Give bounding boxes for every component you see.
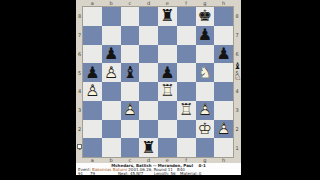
square-e4: ♜♖ [158, 82, 177, 101]
square-g8: ♚ [196, 7, 215, 26]
piece-white-king: ♚ [196, 120, 215, 139]
square-c2 [121, 120, 140, 139]
coord-label: 4 [233, 82, 241, 101]
coord-label: b [102, 0, 121, 7]
board-frame: ♜♚♟♟♟♟♟♙♝♟♞♘♟♙♜♖♟♙♜♖♟♙♚♔♟♙♜ [83, 7, 233, 157]
piece-white-pawn-outline: ♙ [102, 63, 121, 82]
coord-label: a [83, 0, 102, 7]
square-h1 [214, 138, 233, 157]
square-a3 [83, 101, 102, 120]
piece-white-rook: ♜ [158, 82, 177, 101]
coord-label: 7 [233, 26, 241, 45]
square-b7 [102, 26, 121, 45]
square-d5 [139, 63, 158, 82]
square-h7 [214, 26, 233, 45]
square-h2: ♟♙ [214, 120, 233, 139]
square-a6 [83, 45, 102, 64]
piece-white-pawn: ♟ [83, 82, 102, 101]
square-a5: ♟ [83, 63, 102, 82]
square-g4 [196, 82, 215, 101]
piece-black-bishop: ♝ [121, 63, 140, 82]
square-b1 [102, 138, 121, 157]
white-to-move-indicator [77, 144, 82, 149]
piece-white-rook: ♜ [177, 101, 196, 120]
square-e2 [158, 120, 177, 139]
piece-white-knight-outline: ♘ [196, 63, 215, 82]
coord-label: 7 [76, 26, 83, 45]
square-d1: ♜ [139, 138, 158, 157]
piece-white-pawn-outline: ♙ [121, 101, 140, 120]
game-length: Length: 56 [154, 172, 180, 176]
square-c1 [121, 138, 140, 157]
coord-label: f [177, 0, 196, 7]
square-a8 [83, 7, 102, 26]
piece-white-pawn: ♟ [121, 101, 140, 120]
piece-white-pawn: ♟ [102, 63, 121, 82]
chess-board: ♜♚♟♟♟♟♟♙♝♟♞♘♟♙♜♖♟♙♜♖♟♙♚♔♟♙♜ [83, 7, 233, 157]
square-b3 [102, 101, 121, 120]
stats-line: 91 79 Next: 45.Nf7 Length: 56 Material: … [76, 172, 241, 176]
square-h8 [214, 7, 233, 26]
rank-labels-left: 87654321 [76, 7, 83, 157]
square-d3 [139, 101, 158, 120]
piece-black-king: ♚ [196, 7, 215, 26]
square-f2 [177, 120, 196, 139]
square-c4 [121, 82, 140, 101]
square-g3: ♟♙ [196, 101, 215, 120]
square-e5: ♟ [158, 63, 177, 82]
game-info-panel: Mchedars, Batlich -- Merandon, Paul 0-1 … [76, 163, 241, 175]
coord-label: 2 [233, 120, 241, 139]
next-move: Next: 45.Nf7 [118, 172, 154, 176]
square-d7 [139, 26, 158, 45]
square-e8: ♜ [158, 7, 177, 26]
square-g1 [196, 138, 215, 157]
square-f3: ♜♖ [177, 101, 196, 120]
coord-label: 5 [76, 63, 83, 82]
black-stat: 79 [90, 172, 118, 176]
coord-label: 3 [76, 101, 83, 120]
square-b2 [102, 120, 121, 139]
square-d4 [139, 82, 158, 101]
piece-white-rook-outline: ♖ [177, 101, 196, 120]
piece-black-rook: ♜ [139, 138, 158, 157]
coord-label: 4 [76, 82, 83, 101]
square-b8 [102, 7, 121, 26]
piece-white-pawn-outline: ♙ [83, 82, 102, 101]
square-a7 [83, 26, 102, 45]
square-g5: ♞♘ [196, 63, 215, 82]
coord-label: 6 [76, 45, 83, 64]
square-h3 [214, 101, 233, 120]
piece-white-pawn-outline: ♙ [196, 101, 215, 120]
square-b4 [102, 82, 121, 101]
square-d6 [139, 45, 158, 64]
square-e7 [158, 26, 177, 45]
piece-black-rook: ♜ [158, 7, 177, 26]
coord-label: 3 [233, 101, 241, 120]
rank-labels-right: 87654321 [233, 7, 241, 157]
square-f4 [177, 82, 196, 101]
white-stat: 91 [78, 172, 90, 176]
piece-white-knight: ♞ [196, 63, 215, 82]
file-labels-top: abcdefgh [83, 0, 233, 7]
square-f6 [177, 45, 196, 64]
square-a2 [83, 120, 102, 139]
square-c6 [121, 45, 140, 64]
square-g2: ♚♔ [196, 120, 215, 139]
square-h4 [214, 82, 233, 101]
square-e6 [158, 45, 177, 64]
coord-label: e [158, 0, 177, 7]
piece-white-pawn: ♟ [196, 101, 215, 120]
square-e1 [158, 138, 177, 157]
square-c5: ♝ [121, 63, 140, 82]
coord-label: g [196, 0, 215, 7]
square-c8 [121, 7, 140, 26]
square-g6 [196, 45, 215, 64]
square-h6: ♟ [214, 45, 233, 64]
piece-black-pawn: ♟ [83, 63, 102, 82]
game-result: 0-1 [199, 163, 206, 168]
piece-black-pawn: ♟ [214, 45, 233, 64]
square-h5 [214, 63, 233, 82]
square-f8 [177, 7, 196, 26]
piece-black-pawn: ♟ [158, 63, 177, 82]
square-c7 [121, 26, 140, 45]
board-panel: abcdefgh abcdefgh 87654321 87654321 ♜♚♟♟… [76, 0, 241, 175]
coord-label: h [214, 0, 233, 7]
coord-label: c [121, 0, 140, 7]
square-b5: ♟♙ [102, 63, 121, 82]
coord-label: 2 [76, 120, 83, 139]
coord-label: 8 [233, 7, 241, 26]
square-f1 [177, 138, 196, 157]
piece-white-rook-outline: ♖ [158, 82, 177, 101]
square-e3 [158, 101, 177, 120]
white-knight-icon: ♘ [233, 73, 242, 82]
square-f5 [177, 63, 196, 82]
piece-white-pawn-outline: ♙ [214, 120, 233, 139]
square-d2 [139, 120, 158, 139]
square-g7: ♟ [196, 26, 215, 45]
square-b6: ♟ [102, 45, 121, 64]
coord-label: d [139, 0, 158, 7]
piece-black-pawn: ♟ [102, 45, 121, 64]
coord-label: 8 [76, 7, 83, 26]
square-a1 [83, 138, 102, 157]
coord-label: 1 [233, 138, 241, 157]
material-balance: Material: 0 [180, 172, 201, 176]
square-a4: ♟♙ [83, 82, 102, 101]
piece-white-pawn: ♟ [214, 120, 233, 139]
square-f7 [177, 26, 196, 45]
black-bishop-icon: ♝ [233, 62, 242, 71]
square-d8 [139, 7, 158, 26]
square-c3: ♟♙ [121, 101, 140, 120]
piece-white-king-outline: ♔ [196, 120, 215, 139]
piece-black-pawn: ♟ [196, 26, 215, 45]
